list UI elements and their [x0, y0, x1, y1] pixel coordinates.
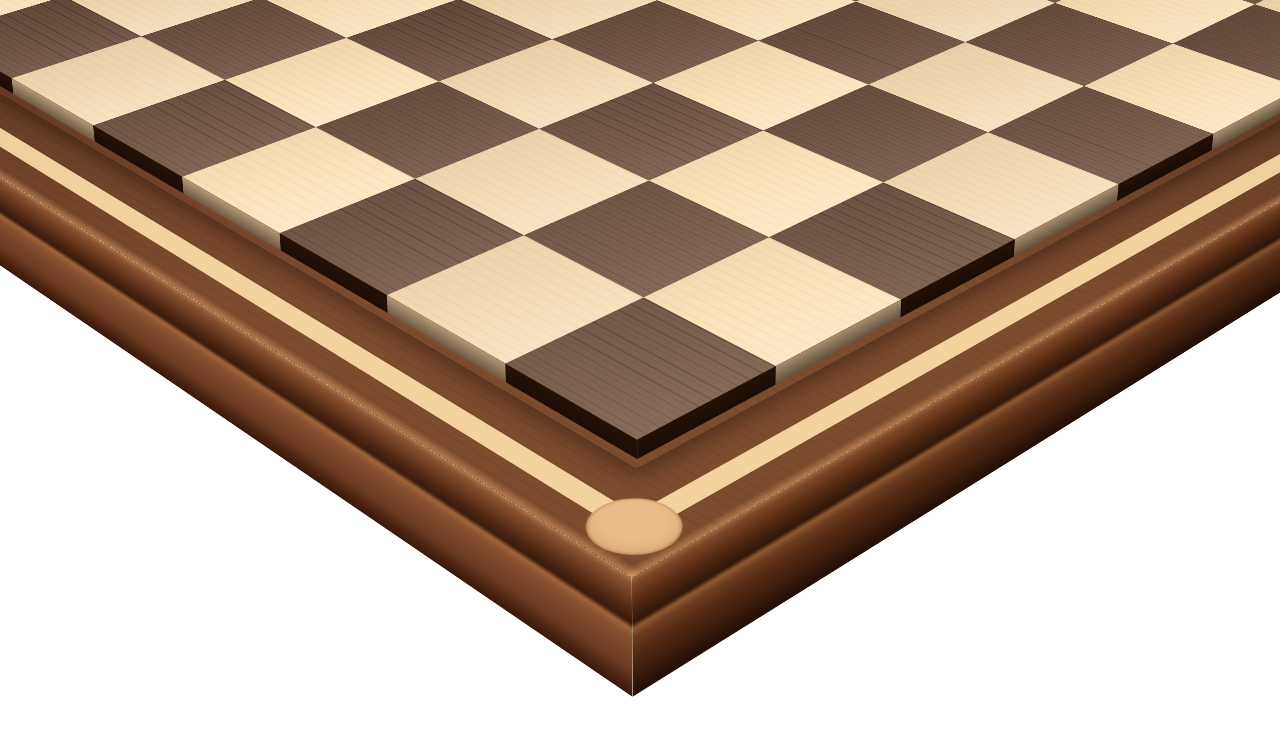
chess-board [0, 0, 1280, 578]
product-photo [0, 0, 1280, 736]
